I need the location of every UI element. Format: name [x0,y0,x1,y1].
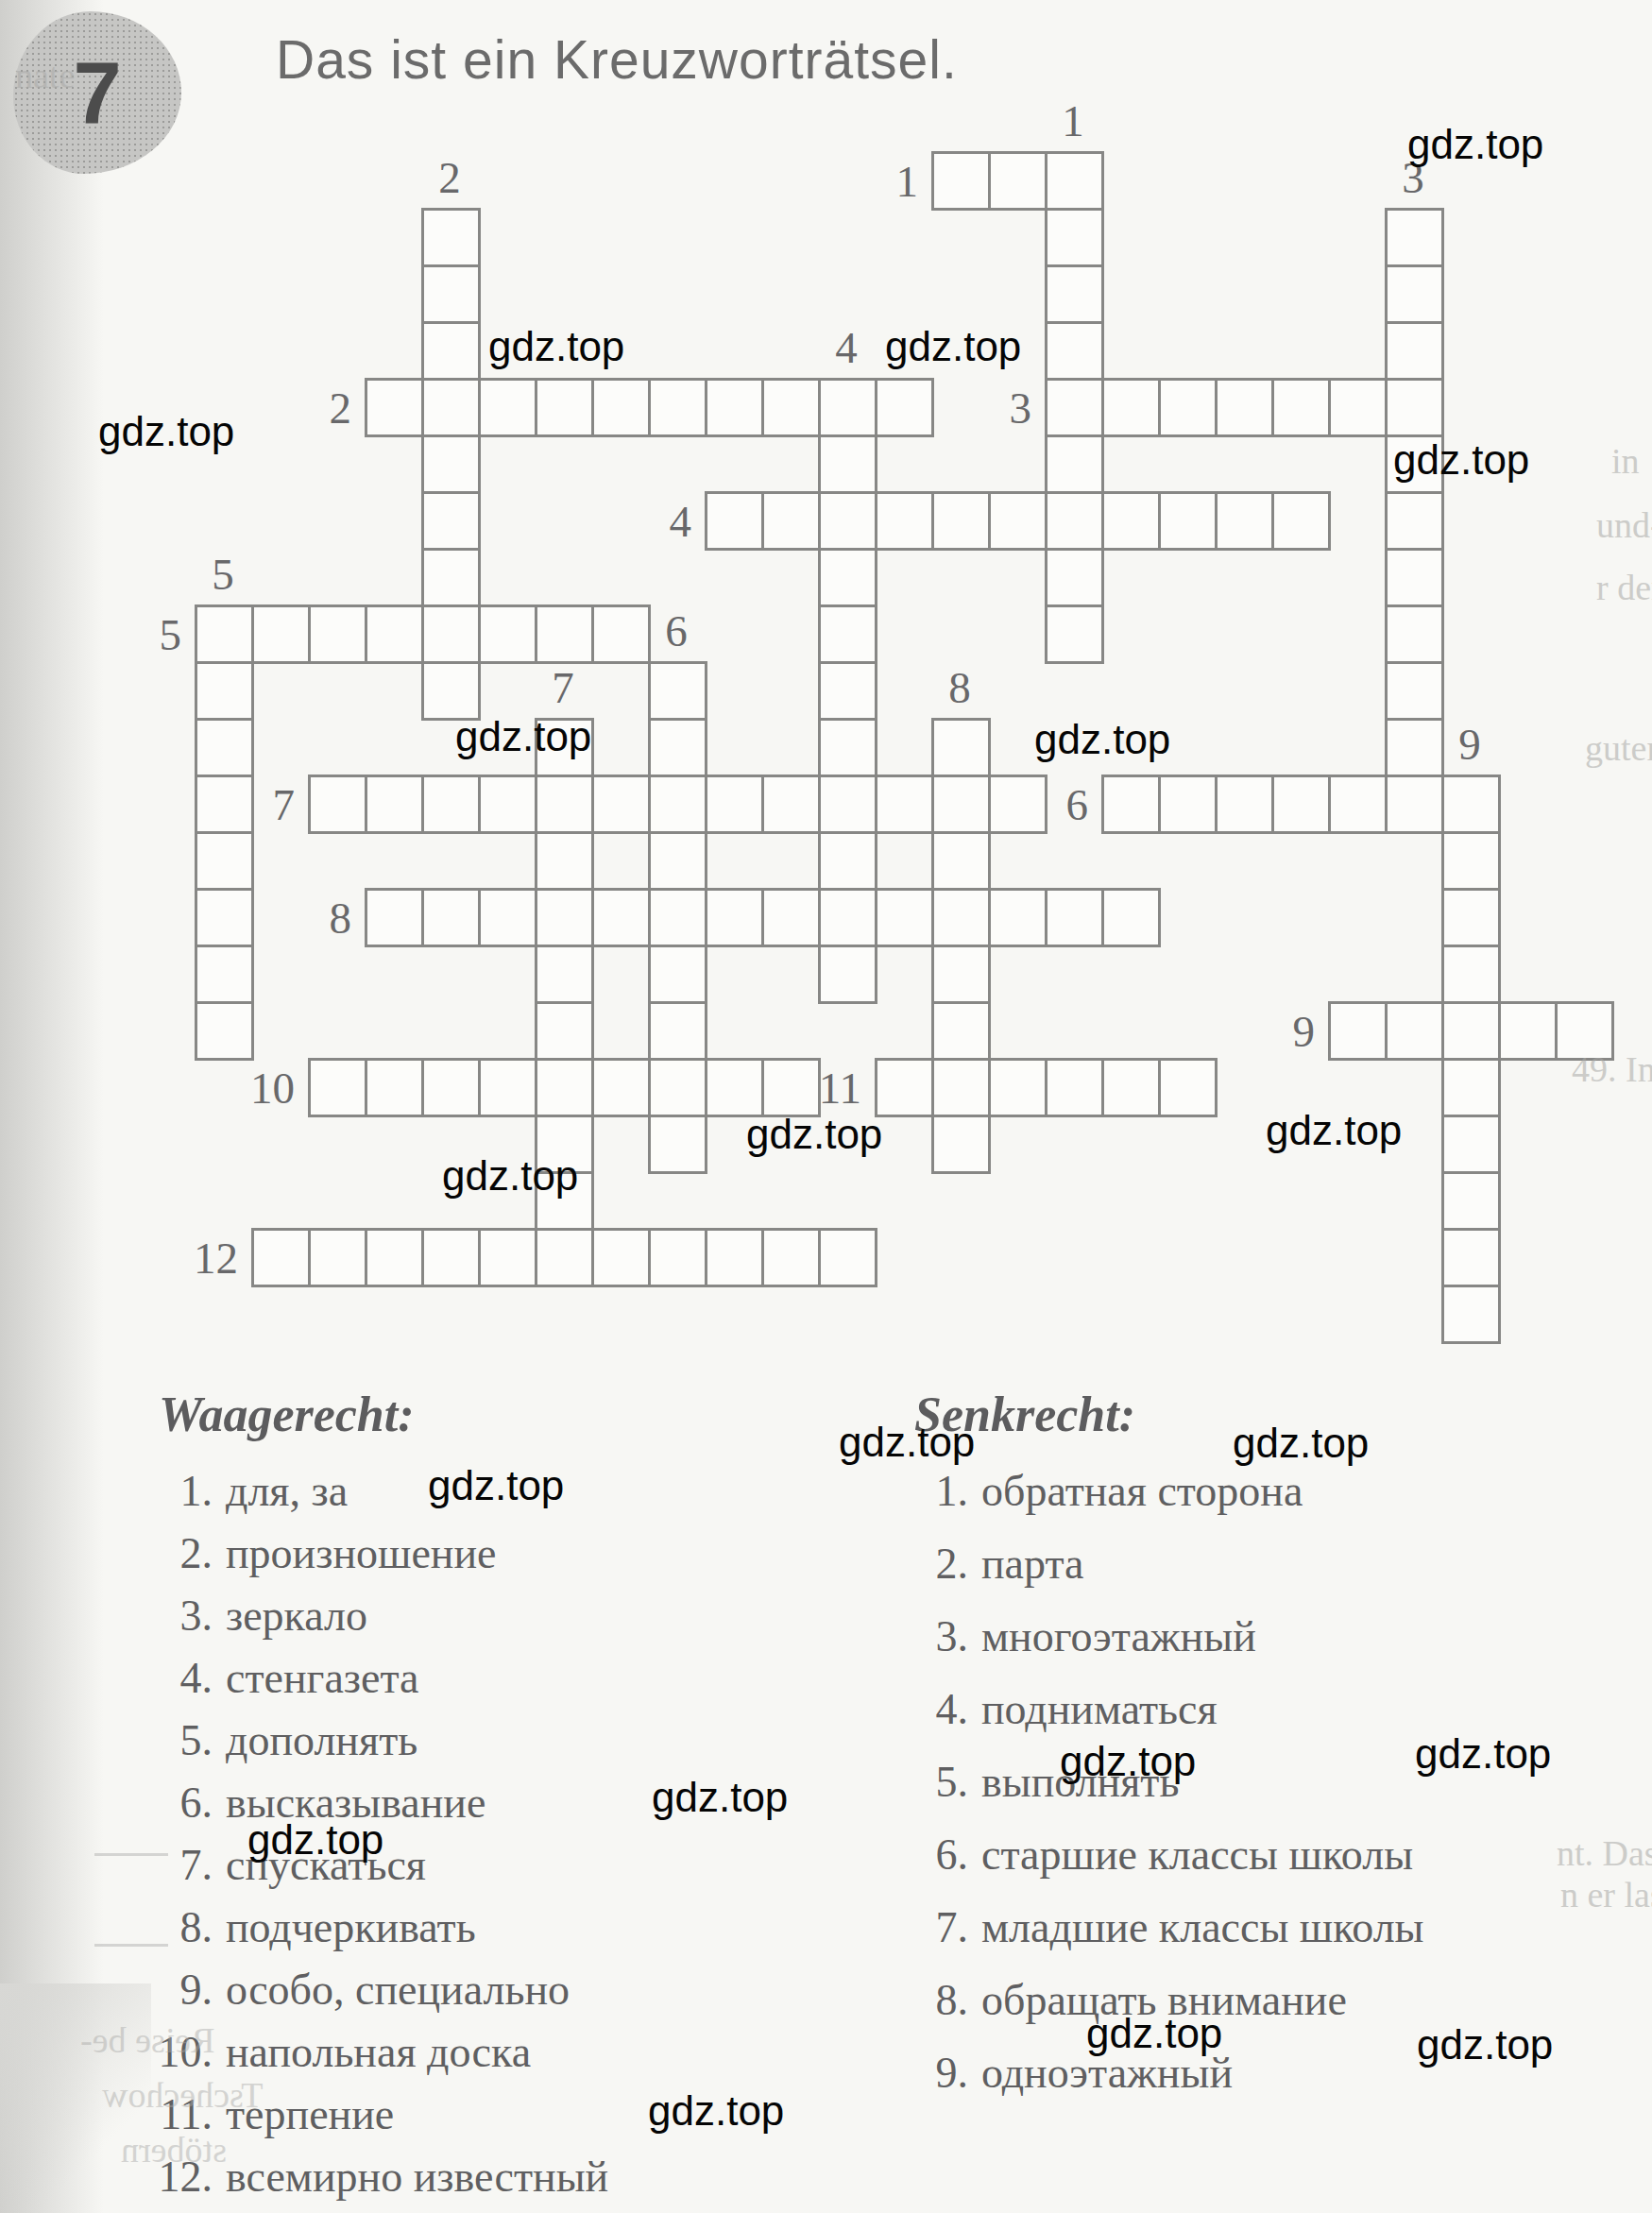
grid-cell[interactable] [308,775,367,834]
down-word-number: 5 [212,553,234,597]
watermark: gdz.top [652,1774,788,1821]
grid-cell[interactable] [705,1058,764,1117]
grid-cell[interactable] [365,775,424,834]
grid-cell[interactable] [761,491,821,551]
clue-number: 3. [896,1611,968,1661]
grid-cell[interactable] [988,151,1047,211]
watermark: gdz.top [1407,121,1543,168]
clue-text: подниматься [981,1684,1218,1734]
grid-cell[interactable] [931,888,991,947]
grid-cell[interactable] [1045,888,1104,947]
grid-cell[interactable] [818,1228,877,1287]
grid-cell[interactable] [1441,945,1501,1004]
grid-cell[interactable] [195,775,254,834]
grid-cell[interactable] [421,264,481,324]
across-word-number: 10 [250,1066,295,1111]
grid-cell[interactable] [1385,604,1444,664]
grid-cell[interactable] [308,1058,367,1117]
grid-cell[interactable] [478,1058,537,1117]
grid-cell[interactable] [818,775,877,834]
grid-cell[interactable] [421,378,481,437]
grid-cell[interactable] [931,718,991,777]
down-word-number: 4 [835,326,858,370]
grid-cell[interactable] [308,604,367,664]
clue-number: 5. [896,1757,968,1807]
grid-cell[interactable] [818,604,877,664]
clue-item: 3.многоэтажный [896,1611,1256,1661]
watermark: gdz.top [839,1419,975,1466]
grid-cell[interactable] [1101,491,1161,551]
clue-text: подчеркивать [226,1902,476,1952]
print-through-text: r den [1596,567,1652,608]
print-through-text: n er las [1560,1874,1652,1915]
grid-cell[interactable] [705,378,764,437]
grid-cell[interactable] [535,831,594,891]
clue-item: 6.старшие классы школы [896,1830,1413,1880]
grid-cell[interactable] [1441,888,1501,947]
print-through-text: nate [15,55,75,96]
grid-cell[interactable] [818,378,877,437]
grid-cell[interactable] [818,945,877,1004]
grid-cell[interactable] [1441,1285,1501,1344]
grid-cell[interactable] [931,1115,991,1174]
grid-cell[interactable] [421,604,481,664]
grid-cell[interactable] [1385,661,1444,721]
grid-cell[interactable] [818,888,877,947]
grid-cell[interactable] [365,888,424,947]
grid-cell[interactable] [648,378,707,437]
grid-cell[interactable] [421,321,481,381]
grid-cell[interactable] [195,1001,254,1061]
watermark: gdz.top [1417,2021,1553,2068]
grid-cell[interactable] [705,1228,764,1287]
clue-number: 5. [141,1715,213,1765]
grid-cell[interactable] [1158,491,1218,551]
grid-cell[interactable] [1045,208,1104,267]
grid-cell[interactable] [1385,718,1444,777]
grid-cell[interactable] [591,888,651,947]
grid-cell[interactable] [591,1228,651,1287]
clue-text: напольная доска [226,2027,531,2077]
grid-cell[interactable] [648,945,707,1004]
watermark: gdz.top [648,2087,784,2135]
grid-cell[interactable] [648,831,707,891]
clue-text: старшие классы школы [981,1830,1413,1880]
clue-text: дополнять [226,1715,417,1765]
clue-number: 1. [896,1466,968,1516]
grid-cell[interactable] [421,434,481,494]
grid-cell[interactable] [1101,888,1161,947]
clue-text: младшие классы школы [981,1902,1424,1952]
across-word-number: 1 [896,160,919,204]
clue-text: для, за [226,1466,348,1516]
grid-cell[interactable] [1045,378,1104,437]
clue-number: 7. [141,1840,213,1890]
grid-cell[interactable] [421,548,481,607]
grid-cell[interactable] [1441,1171,1501,1231]
grid-cell[interactable] [365,1058,424,1117]
grid-cell[interactable] [1101,775,1161,834]
grid-cell[interactable] [818,718,877,777]
grid-cell[interactable] [875,491,934,551]
grid-cell[interactable] [931,831,991,891]
page-spine-shadow [0,0,104,2213]
watermark: gdz.top [1233,1420,1369,1467]
print-through-text: stöbern [121,2129,227,2170]
grid-cell[interactable] [988,1058,1047,1117]
clue-text: произношение [226,1528,497,1578]
grid-cell[interactable] [705,491,764,551]
grid-cell[interactable] [421,888,481,947]
watermark: gdz.top [1393,436,1529,484]
clue-number: 2. [141,1528,213,1578]
grid-cell[interactable] [648,718,707,777]
grid-cell[interactable] [421,1058,481,1117]
clue-number: 1. [141,1466,213,1516]
clue-item: 9.особо, специально [141,1965,570,2015]
across-word-number: 12 [194,1236,238,1281]
clue-text: многоэтажный [981,1611,1256,1661]
clue-item: 2.произношение [141,1528,497,1578]
grid-cell[interactable] [421,661,481,721]
grid-cell[interactable] [875,888,934,947]
print-through-text: guter [1585,727,1652,769]
across-word-number: 9 [1293,1010,1316,1054]
across-word-number: 4 [670,500,692,544]
grid-cell[interactable] [478,604,537,664]
grid-cell[interactable] [1441,1228,1501,1287]
grid-cell[interactable] [648,1001,707,1061]
grid-cell[interactable] [648,888,707,947]
print-through-text: in [1611,440,1640,482]
print-through-line [94,1944,168,1947]
grid-cell[interactable] [761,775,821,834]
grid-cell[interactable] [1045,151,1104,211]
clue-number: 7. [896,1902,968,1952]
grid-cell[interactable] [535,945,594,1004]
print-through-text: Tschechow [102,2074,263,2116]
grid-cell[interactable] [1328,378,1388,437]
clue-number: 4. [896,1684,968,1734]
across-word-number: 7 [273,783,296,827]
grid-cell[interactable] [1271,491,1331,551]
grid-cell[interactable] [421,1228,481,1287]
watermark: gdz.top [746,1111,882,1158]
across-word-number: 5 [160,613,182,657]
watermark: gdz.top [885,323,1021,370]
page-title: Das ist ein Kreuzworträtsel. [276,28,958,91]
grid-cell[interactable] [1385,264,1444,324]
grid-cell[interactable] [818,491,877,551]
watermark: gdz.top [455,713,591,760]
grid-cell[interactable] [535,1001,594,1061]
grid-cell[interactable] [1045,604,1104,664]
clue-item: 5.дополнять [141,1715,417,1765]
clue-number: 3. [141,1591,213,1641]
grid-cell[interactable] [648,1228,707,1287]
watermark: gdz.top [442,1152,578,1200]
grid-cell[interactable] [1441,831,1501,891]
grid-cell[interactable] [591,604,651,664]
grid-cell[interactable] [1101,378,1161,437]
clue-item: 3.зеркало [141,1591,367,1641]
grid-cell[interactable] [1158,1058,1218,1117]
clue-text: зеркало [226,1591,367,1641]
grid-cell[interactable] [818,434,877,494]
watermark: gdz.top [1086,2010,1222,2057]
down-word-number: 1 [1062,99,1084,144]
across-clues-heading: Waagerecht: [159,1387,415,1442]
grid-cell[interactable] [195,718,254,777]
grid-cell[interactable] [478,1228,537,1287]
grid-cell[interactable] [1215,378,1274,437]
grid-cell[interactable] [931,151,991,211]
clue-item: 2.парта [896,1539,1084,1589]
grid-cell[interactable] [1385,378,1444,437]
grid-cell[interactable] [1101,1058,1161,1117]
grid-cell[interactable] [761,378,821,437]
grid-cell[interactable] [535,775,594,834]
print-through-text: nt. Das [1557,1832,1652,1874]
clue-text: особо, специально [226,1965,570,2015]
grid-cell[interactable] [535,1228,594,1287]
clue-item: 7.младшие классы школы [896,1902,1424,1952]
grid-cell[interactable] [1441,1058,1501,1117]
grid-cell[interactable] [875,775,934,834]
grid-cell[interactable] [818,548,877,607]
grid-cell[interactable] [875,1058,934,1117]
watermark: gdz.top [488,323,624,370]
grid-cell[interactable] [1271,775,1331,834]
grid-cell[interactable] [308,1228,367,1287]
clue-item: 1.для, за [141,1466,348,1516]
grid-cell[interactable] [1328,775,1388,834]
grid-cell[interactable] [535,1058,594,1117]
print-through-text: und- [1596,504,1652,546]
grid-cell[interactable] [251,1228,311,1287]
clue-number: 2. [896,1539,968,1589]
clue-text: стенгазета [226,1653,419,1703]
grid-cell[interactable] [818,661,877,721]
grid-cell[interactable] [1158,378,1218,437]
grid-cell[interactable] [988,491,1047,551]
grid-cell[interactable] [1215,775,1274,834]
grid-cell[interactable] [478,378,537,437]
watermark: gdz.top [1034,716,1170,763]
grid-cell[interactable] [1385,321,1444,381]
clue-number: 9. [141,1965,213,2015]
clue-text: обратная сторона [981,1466,1303,1516]
clue-text: всемирно известный [226,2152,608,2202]
grid-cell[interactable] [365,378,424,437]
watermark: gdz.top [1060,1738,1196,1785]
down-word-number: 6 [665,609,688,654]
across-word-number: 11 [819,1066,861,1111]
grid-cell[interactable] [195,831,254,891]
clue-number: 6. [141,1778,213,1828]
grid-cell[interactable] [648,661,707,721]
grid-cell[interactable] [1385,548,1444,607]
grid-cell[interactable] [421,491,481,551]
grid-cell[interactable] [1045,491,1104,551]
grid-cell[interactable] [1328,1001,1388,1061]
grid-cell[interactable] [1385,491,1444,551]
clue-item: 4.подниматься [896,1684,1218,1734]
grid-cell[interactable] [988,775,1047,834]
grid-cell[interactable] [1385,1001,1444,1061]
clue-number: 8. [896,1975,968,2025]
grid-cell[interactable] [478,775,537,834]
grid-cell[interactable] [761,1058,821,1117]
grid-cell[interactable] [648,775,707,834]
grid-cell[interactable] [1385,208,1444,267]
grid-cell[interactable] [931,945,991,1004]
grid-cell[interactable] [818,831,877,891]
watermark: gdz.top [428,1462,564,1509]
watermark: gdz.top [1266,1107,1402,1154]
watermark: gdz.top [98,408,234,455]
grid-cell[interactable] [705,888,764,947]
grid-cell[interactable] [421,208,481,267]
grid-cell[interactable] [761,1228,821,1287]
across-word-number: 2 [330,386,352,431]
grid-cell[interactable] [1158,775,1218,834]
grid-cell[interactable] [421,775,481,834]
grid-cell[interactable] [931,775,991,834]
clue-number: 9. [896,2048,968,2098]
print-through-text: 49. In [1572,1048,1652,1090]
grid-cell[interactable] [705,775,764,834]
across-word-number: 8 [330,896,352,941]
grid-cell[interactable] [988,888,1047,947]
clue-item: 4.стенгазета [141,1653,419,1703]
grid-cell[interactable] [931,1001,991,1061]
clue-item: 8.подчеркивать [141,1902,476,1952]
down-word-number: 2 [438,156,461,200]
grid-cell[interactable] [591,1058,651,1117]
grid-cell[interactable] [875,378,934,437]
clue-item: 1.обратная сторона [896,1466,1303,1516]
grid-cell[interactable] [478,888,537,947]
clue-number: 6. [896,1830,968,1880]
grid-cell[interactable] [591,775,651,834]
across-word-number: 3 [1010,386,1032,431]
grid-cell[interactable] [648,1115,707,1174]
print-through-text: Reise be- [80,2019,214,2061]
grid-cell[interactable] [365,604,424,664]
grid-cell[interactable] [195,661,254,721]
grid-cell[interactable] [591,378,651,437]
grid-cell[interactable] [931,491,991,551]
grid-cell[interactable] [648,1058,707,1117]
down-word-number: 8 [948,666,971,710]
grid-cell[interactable] [535,888,594,947]
grid-cell[interactable] [1045,264,1104,324]
grid-cell[interactable] [365,1228,424,1287]
grid-cell[interactable] [195,888,254,947]
grid-cell[interactable] [1441,1115,1501,1174]
grid-cell[interactable] [1045,434,1104,494]
grid-cell[interactable] [535,378,594,437]
grid-cell[interactable] [1271,378,1331,437]
workbook-page: 7 Das ist ein Kreuzworträtsel. 123457689… [0,0,1652,2213]
grid-cell[interactable] [1498,1001,1558,1061]
grid-cell[interactable] [1045,321,1104,381]
grid-cell[interactable] [1215,491,1274,551]
watermark: gdz.top [1415,1730,1551,1778]
print-through-line [94,1853,168,1856]
grid-cell[interactable] [1045,548,1104,607]
grid-cell[interactable] [251,604,311,664]
grid-cell[interactable] [195,945,254,1004]
grid-cell[interactable] [1045,1058,1104,1117]
grid-cell[interactable] [195,604,254,664]
exercise-number: 7 [73,43,121,143]
grid-cell[interactable] [535,604,594,664]
grid-cell[interactable] [1441,775,1501,834]
clue-text: парта [981,1539,1084,1589]
grid-cell[interactable] [931,1058,991,1117]
down-word-number: 7 [552,666,574,710]
clue-number: 4. [141,1653,213,1703]
grid-cell[interactable] [1385,775,1444,834]
down-word-number: 9 [1458,723,1481,767]
grid-cell[interactable] [1441,1001,1501,1061]
across-word-number: 6 [1066,783,1089,827]
grid-cell[interactable] [761,888,821,947]
watermark: gdz.top [247,1816,383,1864]
